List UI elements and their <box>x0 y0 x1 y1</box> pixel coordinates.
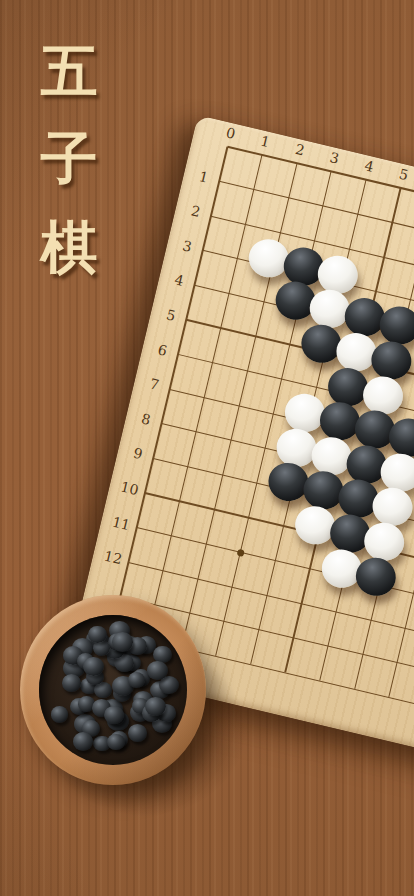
row-label: 1 <box>198 168 210 186</box>
bowl-stone-black <box>153 646 171 663</box>
bowl-stone-black <box>128 724 148 742</box>
bowl-pit <box>39 615 187 765</box>
bowl-stone-black <box>73 732 93 751</box>
col-label: 2 <box>294 141 306 159</box>
row-label: 12 <box>103 548 124 568</box>
row-label: 9 <box>132 445 144 463</box>
row-label: 6 <box>156 341 168 359</box>
bowl-stone-black <box>107 734 125 751</box>
gomoku-splash-screen: 五 子 棋 012345123456789101112 <box>0 0 414 896</box>
row-label: 4 <box>173 272 185 290</box>
bowl-stone-black <box>83 657 104 676</box>
title-char-2: 子 <box>40 128 98 188</box>
bowl-stone-black <box>88 626 106 643</box>
row-label: 3 <box>181 237 193 255</box>
row-label: 7 <box>148 376 160 394</box>
col-label: 0 <box>225 124 237 142</box>
stone-bowl <box>20 595 206 785</box>
row-label: 8 <box>140 410 152 428</box>
row-label: 10 <box>119 478 140 498</box>
col-label: 1 <box>259 133 271 151</box>
col-label: 5 <box>398 166 410 184</box>
bowl-stone-black <box>112 632 133 652</box>
star-point <box>236 548 244 556</box>
row-label: 2 <box>189 202 201 220</box>
bowl-stone-black <box>145 697 166 716</box>
title-char-1: 五 <box>40 41 98 101</box>
title-char-3: 棋 <box>40 217 98 277</box>
bowl-stone-black <box>104 706 123 724</box>
bowl-stone-black <box>51 706 69 722</box>
col-label: 3 <box>328 149 340 167</box>
bowl-stone-black <box>62 674 82 692</box>
row-label: 11 <box>111 513 132 533</box>
row-label: 5 <box>165 306 177 324</box>
bowl-stone-black <box>147 661 167 680</box>
col-label: 4 <box>363 157 375 175</box>
